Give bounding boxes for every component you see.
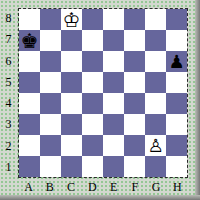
square-f3[interactable] — [124, 114, 145, 135]
rank-label-5: 5 — [0, 72, 17, 93]
square-g4[interactable] — [145, 93, 166, 114]
square-e1[interactable] — [103, 156, 124, 177]
square-c2[interactable] — [61, 135, 82, 156]
square-b6[interactable] — [40, 51, 61, 72]
window-edge-bottom — [0, 195, 200, 200]
white-pawn[interactable]: ♙ — [147, 137, 163, 155]
rank-label-7: 7 — [0, 29, 17, 50]
square-g8[interactable] — [145, 9, 166, 30]
file-label-d: D — [82, 179, 103, 195]
square-b1[interactable] — [40, 156, 61, 177]
square-d3[interactable] — [82, 114, 103, 135]
file-label-e: E — [103, 179, 124, 195]
square-g6[interactable] — [145, 51, 166, 72]
square-d6[interactable] — [82, 51, 103, 72]
square-g3[interactable] — [145, 114, 166, 135]
square-d2[interactable] — [82, 135, 103, 156]
square-g2[interactable]: ♙ — [145, 135, 166, 156]
square-c7[interactable] — [61, 30, 82, 51]
square-e3[interactable] — [103, 114, 124, 135]
square-f8[interactable] — [124, 9, 145, 30]
square-h6[interactable]: ♟ — [166, 51, 187, 72]
square-e5[interactable] — [103, 72, 124, 93]
rank-labels: 87654321 — [0, 8, 17, 178]
chess-board: ♔♚♟♙ — [18, 8, 188, 178]
square-a5[interactable] — [19, 72, 40, 93]
square-f5[interactable] — [124, 72, 145, 93]
rank-label-4: 4 — [0, 93, 17, 114]
square-c3[interactable] — [61, 114, 82, 135]
square-g7[interactable] — [145, 30, 166, 51]
file-labels: ABCDEFGH — [18, 179, 188, 195]
square-h8[interactable] — [166, 9, 187, 30]
rank-label-3: 3 — [0, 114, 17, 135]
rank-label-2: 2 — [0, 136, 17, 157]
square-f4[interactable] — [124, 93, 145, 114]
black-king[interactable]: ♚ — [21, 31, 39, 51]
square-b3[interactable] — [40, 114, 61, 135]
square-b2[interactable] — [40, 135, 61, 156]
window-edge-right — [195, 0, 200, 200]
white-king[interactable]: ♔ — [63, 10, 81, 30]
square-d8[interactable] — [82, 9, 103, 30]
square-e2[interactable] — [103, 135, 124, 156]
square-c6[interactable] — [61, 51, 82, 72]
square-a3[interactable] — [19, 114, 40, 135]
square-f1[interactable] — [124, 156, 145, 177]
square-e4[interactable] — [103, 93, 124, 114]
square-a1[interactable] — [19, 156, 40, 177]
file-label-h: H — [167, 179, 188, 195]
square-b7[interactable] — [40, 30, 61, 51]
square-h4[interactable] — [166, 93, 187, 114]
square-g5[interactable] — [145, 72, 166, 93]
square-d7[interactable] — [82, 30, 103, 51]
square-b4[interactable] — [40, 93, 61, 114]
rank-label-1: 1 — [0, 157, 17, 178]
file-label-b: B — [39, 179, 60, 195]
square-d5[interactable] — [82, 72, 103, 93]
square-c8[interactable]: ♔ — [61, 9, 82, 30]
square-a6[interactable] — [19, 51, 40, 72]
square-g1[interactable] — [145, 156, 166, 177]
square-e8[interactable] — [103, 9, 124, 30]
square-a7[interactable]: ♚ — [19, 30, 40, 51]
rank-label-8: 8 — [0, 8, 17, 29]
square-h5[interactable] — [166, 72, 187, 93]
square-c1[interactable] — [61, 156, 82, 177]
file-label-f: F — [124, 179, 145, 195]
square-a2[interactable] — [19, 135, 40, 156]
file-label-a: A — [18, 179, 39, 195]
square-a8[interactable] — [19, 9, 40, 30]
square-c5[interactable] — [61, 72, 82, 93]
square-c4[interactable] — [61, 93, 82, 114]
square-h1[interactable] — [166, 156, 187, 177]
file-label-g: G — [146, 179, 167, 195]
rank-label-6: 6 — [0, 51, 17, 72]
file-label-c: C — [61, 179, 82, 195]
square-f6[interactable] — [124, 51, 145, 72]
square-h2[interactable] — [166, 135, 187, 156]
square-d1[interactable] — [82, 156, 103, 177]
square-b8[interactable] — [40, 9, 61, 30]
square-f2[interactable] — [124, 135, 145, 156]
square-h7[interactable] — [166, 30, 187, 51]
black-pawn[interactable]: ♟ — [168, 53, 184, 71]
square-h3[interactable] — [166, 114, 187, 135]
square-d4[interactable] — [82, 93, 103, 114]
square-e7[interactable] — [103, 30, 124, 51]
square-f7[interactable] — [124, 30, 145, 51]
square-e6[interactable] — [103, 51, 124, 72]
square-a4[interactable] — [19, 93, 40, 114]
chess-diagram-window: 87654321 ABCDEFGH ♔♚♟♙ — [0, 0, 200, 200]
square-b5[interactable] — [40, 72, 61, 93]
